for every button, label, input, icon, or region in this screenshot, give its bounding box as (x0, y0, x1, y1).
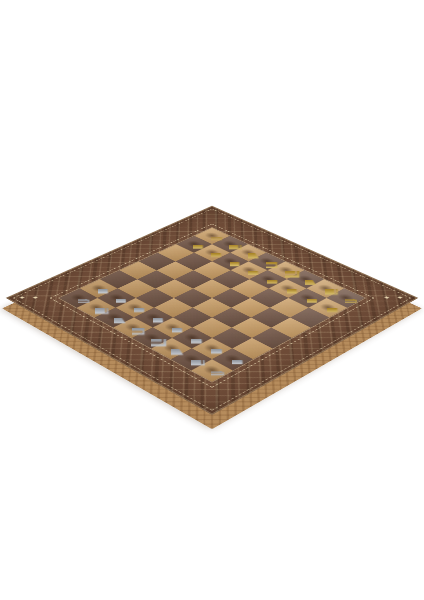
scene: ✦ ✦ ✦ ✦ ♜♞♝♛♚♝♞♜♟♟♟♟♟♟♟♟♟♟♟♟♟♟♟♟♜♞♝♛♚♝♞♜ (0, 0, 424, 600)
chessboard: ✦ ✦ ✦ ✦ ♜♞♝♛♚♝♞♜♟♟♟♟♟♟♟♟♟♟♟♟♟♟♟♟♜♞♝♛♚♝♞♜ (6, 206, 419, 415)
inlay-mark-right-corner: ✦ ✦ (383, 296, 406, 300)
chess-set-photo: ✦ ✦ ✦ ✦ ♜♞♝♛♚♝♞♜♟♟♟♟♟♟♟♟♟♟♟♟♟♟♟♟♜♞♝♛♚♝♞♜ (0, 0, 424, 600)
